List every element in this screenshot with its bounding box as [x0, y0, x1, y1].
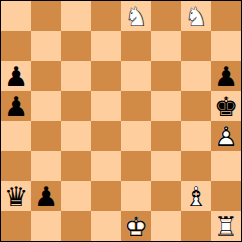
square-c4[interactable] — [61, 121, 91, 151]
square-e7[interactable] — [121, 31, 151, 61]
square-f2[interactable] — [151, 181, 181, 211]
square-b2[interactable]: ♟ — [31, 181, 61, 211]
square-d6[interactable] — [91, 61, 121, 91]
white-bishop-piece: ♝♗ — [181, 181, 211, 211]
black-pawn-piece: ♟ — [211, 61, 241, 91]
square-b3[interactable] — [31, 151, 61, 181]
square-c1[interactable] — [61, 211, 91, 241]
square-b7[interactable] — [31, 31, 61, 61]
square-b8[interactable] — [31, 1, 61, 31]
square-e3[interactable] — [121, 151, 151, 181]
chess-board: ♞♘♞♘♟♟♟♚♟♙♛♟♝♗♚♔♜♖ — [0, 0, 242, 242]
square-c6[interactable] — [61, 61, 91, 91]
square-f5[interactable] — [151, 91, 181, 121]
square-d3[interactable] — [91, 151, 121, 181]
square-a8[interactable] — [1, 1, 31, 31]
black-pawn-piece: ♟ — [1, 61, 31, 91]
square-a1[interactable] — [1, 211, 31, 241]
square-e2[interactable] — [121, 181, 151, 211]
square-e8[interactable]: ♞♘ — [121, 1, 151, 31]
square-a7[interactable] — [1, 31, 31, 61]
square-h5[interactable]: ♚ — [211, 91, 241, 121]
square-a4[interactable] — [1, 121, 31, 151]
square-h3[interactable] — [211, 151, 241, 181]
black-pawn-piece: ♟ — [31, 181, 61, 211]
square-c8[interactable] — [61, 1, 91, 31]
white-knight-piece: ♞♘ — [121, 1, 151, 31]
square-h7[interactable] — [211, 31, 241, 61]
black-king-piece: ♚ — [211, 91, 241, 121]
white-rook-piece: ♜♖ — [211, 211, 241, 241]
square-g6[interactable] — [181, 61, 211, 91]
square-f8[interactable] — [151, 1, 181, 31]
white-king-piece: ♚♔ — [121, 211, 151, 241]
square-h4[interactable]: ♟♙ — [211, 121, 241, 151]
square-d7[interactable] — [91, 31, 121, 61]
square-g8[interactable]: ♞♘ — [181, 1, 211, 31]
square-g2[interactable]: ♝♗ — [181, 181, 211, 211]
square-c3[interactable] — [61, 151, 91, 181]
square-c2[interactable] — [61, 181, 91, 211]
square-d5[interactable] — [91, 91, 121, 121]
square-g3[interactable] — [181, 151, 211, 181]
square-e6[interactable] — [121, 61, 151, 91]
square-e5[interactable] — [121, 91, 151, 121]
chessboard-container: ♞♘♞♘♟♟♟♚♟♙♛♟♝♗♚♔♜♖ — [0, 0, 242, 242]
square-f6[interactable] — [151, 61, 181, 91]
square-g5[interactable] — [181, 91, 211, 121]
square-g4[interactable] — [181, 121, 211, 151]
square-b6[interactable] — [31, 61, 61, 91]
square-g1[interactable] — [181, 211, 211, 241]
black-pawn-piece: ♟ — [1, 91, 31, 121]
square-c7[interactable] — [61, 31, 91, 61]
square-b5[interactable] — [31, 91, 61, 121]
square-a2[interactable]: ♛ — [1, 181, 31, 211]
square-h6[interactable]: ♟ — [211, 61, 241, 91]
square-h8[interactable] — [211, 1, 241, 31]
square-b4[interactable] — [31, 121, 61, 151]
square-f3[interactable] — [151, 151, 181, 181]
square-d4[interactable] — [91, 121, 121, 151]
square-d8[interactable] — [91, 1, 121, 31]
square-f1[interactable] — [151, 211, 181, 241]
square-f4[interactable] — [151, 121, 181, 151]
square-a5[interactable]: ♟ — [1, 91, 31, 121]
square-g7[interactable] — [181, 31, 211, 61]
white-pawn-piece: ♟♙ — [211, 121, 241, 151]
square-h2[interactable] — [211, 181, 241, 211]
square-b1[interactable] — [31, 211, 61, 241]
black-queen-piece: ♛ — [1, 181, 31, 211]
square-e4[interactable] — [121, 121, 151, 151]
square-a6[interactable]: ♟ — [1, 61, 31, 91]
square-h1[interactable]: ♜♖ — [211, 211, 241, 241]
square-e1[interactable]: ♚♔ — [121, 211, 151, 241]
square-f7[interactable] — [151, 31, 181, 61]
square-c5[interactable] — [61, 91, 91, 121]
white-knight-piece: ♞♘ — [181, 1, 211, 31]
square-d2[interactable] — [91, 181, 121, 211]
square-d1[interactable] — [91, 211, 121, 241]
square-a3[interactable] — [1, 151, 31, 181]
